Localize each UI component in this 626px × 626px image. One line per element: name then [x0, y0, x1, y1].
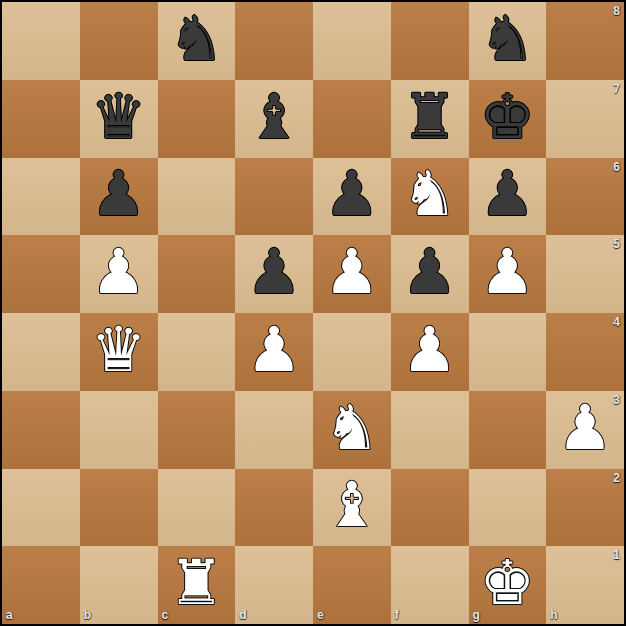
square-a7[interactable] — [2, 80, 80, 158]
square-d1[interactable]: d — [235, 546, 313, 624]
square-a8[interactable] — [2, 2, 80, 80]
square-e8[interactable] — [313, 2, 391, 80]
square-h5[interactable]: 5 — [546, 235, 624, 313]
square-g4[interactable] — [469, 313, 547, 391]
square-c7[interactable] — [158, 80, 236, 158]
square-d2[interactable] — [235, 469, 313, 547]
square-b3[interactable] — [80, 391, 158, 469]
chess-app: ♞♞8♛♝♜♚7♟♟♞♟6♟♟♟♟♟5♛♟♟4♞♟3♝2ab♜cdef♚gh1 — [0, 0, 626, 626]
square-f3[interactable] — [391, 391, 469, 469]
square-c6[interactable] — [158, 158, 236, 236]
square-d7[interactable]: ♝ — [235, 80, 313, 158]
piece-white-pawn[interactable]: ♟ — [246, 319, 302, 381]
square-a3[interactable] — [2, 391, 80, 469]
file-label-f: f — [395, 608, 399, 622]
square-a5[interactable] — [2, 235, 80, 313]
square-f7[interactable]: ♜ — [391, 80, 469, 158]
piece-black-rook[interactable]: ♜ — [402, 86, 458, 148]
square-b1[interactable]: b — [80, 546, 158, 624]
square-c8[interactable]: ♞ — [158, 2, 236, 80]
piece-white-pawn[interactable]: ♟ — [91, 241, 147, 303]
rank-label-7: 7 — [613, 82, 620, 96]
square-d4[interactable]: ♟ — [235, 313, 313, 391]
piece-white-rook[interactable]: ♜ — [169, 552, 225, 614]
rank-label-2: 2 — [613, 471, 620, 485]
piece-black-pawn[interactable]: ♟ — [480, 163, 536, 225]
square-c3[interactable] — [158, 391, 236, 469]
square-b5[interactable]: ♟ — [80, 235, 158, 313]
file-label-a: a — [6, 608, 13, 622]
square-h4[interactable]: 4 — [546, 313, 624, 391]
rank-label-5: 5 — [613, 237, 620, 251]
piece-black-pawn[interactable]: ♟ — [402, 241, 458, 303]
square-g2[interactable] — [469, 469, 547, 547]
square-e4[interactable] — [313, 313, 391, 391]
square-h7[interactable]: 7 — [546, 80, 624, 158]
square-h8[interactable]: 8 — [546, 2, 624, 80]
square-f8[interactable] — [391, 2, 469, 80]
chess-board: ♞♞8♛♝♜♚7♟♟♞♟6♟♟♟♟♟5♛♟♟4♞♟3♝2ab♜cdef♚gh1 — [0, 0, 626, 626]
square-g8[interactable]: ♞ — [469, 2, 547, 80]
square-d3[interactable] — [235, 391, 313, 469]
rank-label-3: 3 — [613, 393, 620, 407]
square-f4[interactable]: ♟ — [391, 313, 469, 391]
piece-white-knight[interactable]: ♞ — [402, 163, 458, 225]
square-c1[interactable]: ♜c — [158, 546, 236, 624]
square-c4[interactable] — [158, 313, 236, 391]
square-d5[interactable]: ♟ — [235, 235, 313, 313]
rank-label-1: 1 — [613, 548, 620, 562]
square-f2[interactable] — [391, 469, 469, 547]
square-e2[interactable]: ♝ — [313, 469, 391, 547]
rank-label-8: 8 — [613, 4, 620, 18]
square-a6[interactable] — [2, 158, 80, 236]
square-g3[interactable] — [469, 391, 547, 469]
square-b8[interactable] — [80, 2, 158, 80]
square-c5[interactable] — [158, 235, 236, 313]
piece-white-pawn[interactable]: ♟ — [557, 397, 613, 459]
square-h3[interactable]: ♟3 — [546, 391, 624, 469]
file-label-d: d — [239, 608, 246, 622]
piece-white-knight[interactable]: ♞ — [324, 397, 380, 459]
piece-black-pawn[interactable]: ♟ — [91, 163, 147, 225]
file-label-b: b — [84, 608, 91, 622]
piece-black-king[interactable]: ♚ — [480, 86, 536, 148]
square-f5[interactable]: ♟ — [391, 235, 469, 313]
square-h6[interactable]: 6 — [546, 158, 624, 236]
piece-black-knight[interactable]: ♞ — [480, 8, 536, 70]
square-a1[interactable]: a — [2, 546, 80, 624]
piece-black-bishop[interactable]: ♝ — [246, 86, 302, 148]
square-a4[interactable] — [2, 313, 80, 391]
square-g1[interactable]: ♚g — [469, 546, 547, 624]
rank-label-4: 4 — [613, 315, 620, 329]
square-f1[interactable]: f — [391, 546, 469, 624]
square-g7[interactable]: ♚ — [469, 80, 547, 158]
rank-label-6: 6 — [613, 160, 620, 174]
piece-white-pawn[interactable]: ♟ — [480, 241, 536, 303]
piece-white-pawn[interactable]: ♟ — [324, 241, 380, 303]
square-e6[interactable]: ♟ — [313, 158, 391, 236]
square-e3[interactable]: ♞ — [313, 391, 391, 469]
square-b2[interactable] — [80, 469, 158, 547]
square-d8[interactable] — [235, 2, 313, 80]
square-e7[interactable] — [313, 80, 391, 158]
square-d6[interactable] — [235, 158, 313, 236]
file-label-c: c — [162, 608, 169, 622]
square-f6[interactable]: ♞ — [391, 158, 469, 236]
square-g5[interactable]: ♟ — [469, 235, 547, 313]
square-a2[interactable] — [2, 469, 80, 547]
square-c2[interactable] — [158, 469, 236, 547]
square-b7[interactable]: ♛ — [80, 80, 158, 158]
square-g6[interactable]: ♟ — [469, 158, 547, 236]
square-h1[interactable]: h1 — [546, 546, 624, 624]
piece-black-queen[interactable]: ♛ — [91, 86, 147, 148]
piece-white-king[interactable]: ♚ — [480, 552, 536, 614]
piece-white-pawn[interactable]: ♟ — [402, 319, 458, 381]
square-b4[interactable]: ♛ — [80, 313, 158, 391]
square-b6[interactable]: ♟ — [80, 158, 158, 236]
square-e5[interactable]: ♟ — [313, 235, 391, 313]
piece-white-bishop[interactable]: ♝ — [324, 474, 380, 536]
file-label-h: h — [550, 608, 557, 622]
square-h2[interactable]: 2 — [546, 469, 624, 547]
file-label-e: e — [317, 608, 324, 622]
piece-white-queen[interactable]: ♛ — [91, 319, 147, 381]
square-e1[interactable]: e — [313, 546, 391, 624]
piece-black-pawn[interactable]: ♟ — [324, 163, 380, 225]
piece-black-pawn[interactable]: ♟ — [246, 241, 302, 303]
piece-black-knight[interactable]: ♞ — [169, 8, 225, 70]
